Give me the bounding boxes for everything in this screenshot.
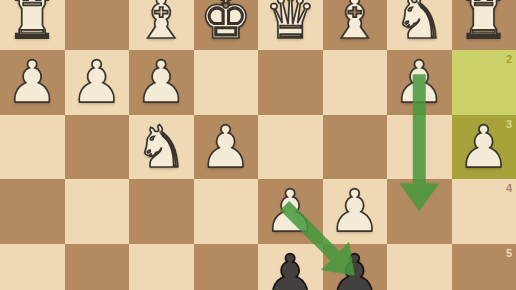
square-f2[interactable]: ♟ (129, 50, 194, 115)
white-knight-f3[interactable]: ♞ (129, 115, 194, 180)
square-g4[interactable] (65, 179, 130, 244)
square-a3[interactable]: 3♟ (452, 115, 516, 180)
square-c2[interactable] (323, 50, 388, 115)
square-h2[interactable]: ♟ (0, 50, 65, 115)
square-f1[interactable]: ♝ (129, 0, 194, 50)
square-b4[interactable] (387, 179, 452, 244)
white-rook-h1[interactable]: ♜ (0, 0, 65, 50)
chess-board[interactable]: ♜♝♚♛♝♞♜♟♟♟♟2♞♟3♟♟♟4♟♟5 (0, 0, 516, 290)
square-c1[interactable]: ♝ (323, 0, 388, 50)
white-king-e1[interactable]: ♚ (194, 0, 259, 50)
square-f4[interactable] (129, 179, 194, 244)
square-d3[interactable] (258, 115, 323, 180)
square-d5[interactable]: ♟ (258, 244, 323, 290)
white-pawn-h2[interactable]: ♟ (0, 50, 65, 115)
square-g3[interactable] (65, 115, 130, 180)
black-pawn-c5[interactable]: ♟ (323, 244, 388, 290)
square-a5[interactable]: 5 (452, 244, 516, 290)
square-a4[interactable]: 4 (452, 179, 516, 244)
rank-label-4: 4 (506, 182, 512, 194)
white-bishop-f1[interactable]: ♝ (129, 0, 194, 50)
white-queen-d1[interactable]: ♛ (258, 0, 323, 50)
square-d2[interactable] (258, 50, 323, 115)
square-a2[interactable]: 2 (452, 50, 516, 115)
rank-label-5: 5 (506, 247, 512, 259)
square-f3[interactable]: ♞ (129, 115, 194, 180)
square-a1[interactable]: ♜ (452, 0, 516, 50)
white-pawn-b2[interactable]: ♟ (387, 50, 452, 115)
square-f5[interactable] (129, 244, 194, 290)
square-c3[interactable] (323, 115, 388, 180)
square-e2[interactable] (194, 50, 259, 115)
square-e4[interactable] (194, 179, 259, 244)
white-knight-b1[interactable]: ♞ (387, 0, 452, 50)
square-d1[interactable]: ♛ (258, 0, 323, 50)
chessboard-viewport: ♜♝♚♛♝♞♜♟♟♟♟2♞♟3♟♟♟4♟♟5 (0, 0, 516, 290)
square-h3[interactable] (0, 115, 65, 180)
square-d4[interactable]: ♟ (258, 179, 323, 244)
rank-label-2: 2 (506, 53, 512, 65)
square-c5[interactable]: ♟ (323, 244, 388, 290)
white-pawn-d4[interactable]: ♟ (258, 179, 323, 244)
white-pawn-g2[interactable]: ♟ (65, 50, 130, 115)
white-pawn-f2[interactable]: ♟ (129, 50, 194, 115)
square-e3[interactable]: ♟ (194, 115, 259, 180)
white-bishop-c1[interactable]: ♝ (323, 0, 388, 50)
square-g5[interactable] (65, 244, 130, 290)
white-rook-a1[interactable]: ♜ (452, 0, 516, 50)
square-e1[interactable]: ♚ (194, 0, 259, 50)
square-e5[interactable] (194, 244, 259, 290)
square-b2[interactable]: ♟ (387, 50, 452, 115)
square-b3[interactable] (387, 115, 452, 180)
square-b5[interactable] (387, 244, 452, 290)
square-h5[interactable] (0, 244, 65, 290)
white-pawn-c4[interactable]: ♟ (323, 179, 388, 244)
square-g1[interactable] (65, 0, 130, 50)
square-h1[interactable]: ♜ (0, 0, 65, 50)
black-pawn-d5[interactable]: ♟ (258, 244, 323, 290)
square-c4[interactable]: ♟ (323, 179, 388, 244)
square-h4[interactable] (0, 179, 65, 244)
square-g2[interactable]: ♟ (65, 50, 130, 115)
rank-label-3: 3 (506, 118, 512, 130)
white-pawn-e3[interactable]: ♟ (194, 115, 259, 180)
square-b1[interactable]: ♞ (387, 0, 452, 50)
